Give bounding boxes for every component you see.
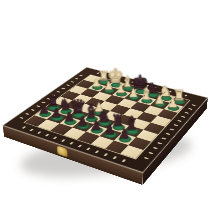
product-photo-scene: ♜♚♝♚♞♞♜♟♟♟♟♝♟♟♟♜♞♛♝♞♜♝♟♟♟♟♟♟♟ — [0, 0, 220, 220]
brass-clasp — [57, 146, 68, 158]
black-p-glyph: ♟ — [112, 127, 136, 140]
white-p-glyph: ♟ — [162, 97, 184, 109]
